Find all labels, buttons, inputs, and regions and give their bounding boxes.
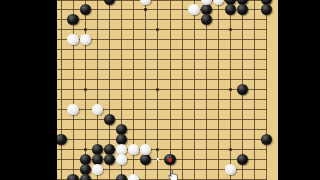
white-stone <box>128 174 139 180</box>
white-stone <box>80 34 91 45</box>
white-stone <box>92 104 103 115</box>
black-stone <box>164 154 175 165</box>
white-stone <box>140 144 151 155</box>
black-stone <box>55 134 66 145</box>
black-stone <box>67 14 78 25</box>
last-move-marker <box>168 158 172 162</box>
go-game-screen: ✕ <box>0 0 320 180</box>
white-stone <box>213 0 224 5</box>
capture-marker-dot <box>144 8 147 11</box>
white-stone <box>116 154 127 165</box>
white-stone <box>67 34 78 45</box>
letterbox-right <box>278 0 320 180</box>
x-mark: ✕ <box>154 156 161 164</box>
black-stone <box>80 4 91 15</box>
go-board[interactable]: ✕ <box>43 0 273 180</box>
white-stone <box>188 4 199 15</box>
black-stone <box>67 174 78 180</box>
black-stone <box>104 114 115 125</box>
letterbox-left <box>0 0 57 180</box>
hand-cursor-icon <box>167 167 179 180</box>
white-stone <box>67 104 78 115</box>
hand-pointer-shape <box>169 170 178 180</box>
white-stone <box>92 164 103 175</box>
black-stone <box>104 0 115 5</box>
black-stone <box>80 174 91 180</box>
black-stone <box>116 174 127 180</box>
black-stone <box>237 4 248 15</box>
black-stone <box>140 154 151 165</box>
white-stone <box>225 164 236 175</box>
black-stone <box>237 154 248 165</box>
black-stone <box>225 4 236 15</box>
white-stone <box>140 0 151 5</box>
black-stone <box>261 134 272 145</box>
black-stone <box>201 14 212 25</box>
white-stone <box>128 144 139 155</box>
black-stone <box>104 154 115 165</box>
black-stone <box>237 84 248 95</box>
black-stone <box>261 4 272 15</box>
